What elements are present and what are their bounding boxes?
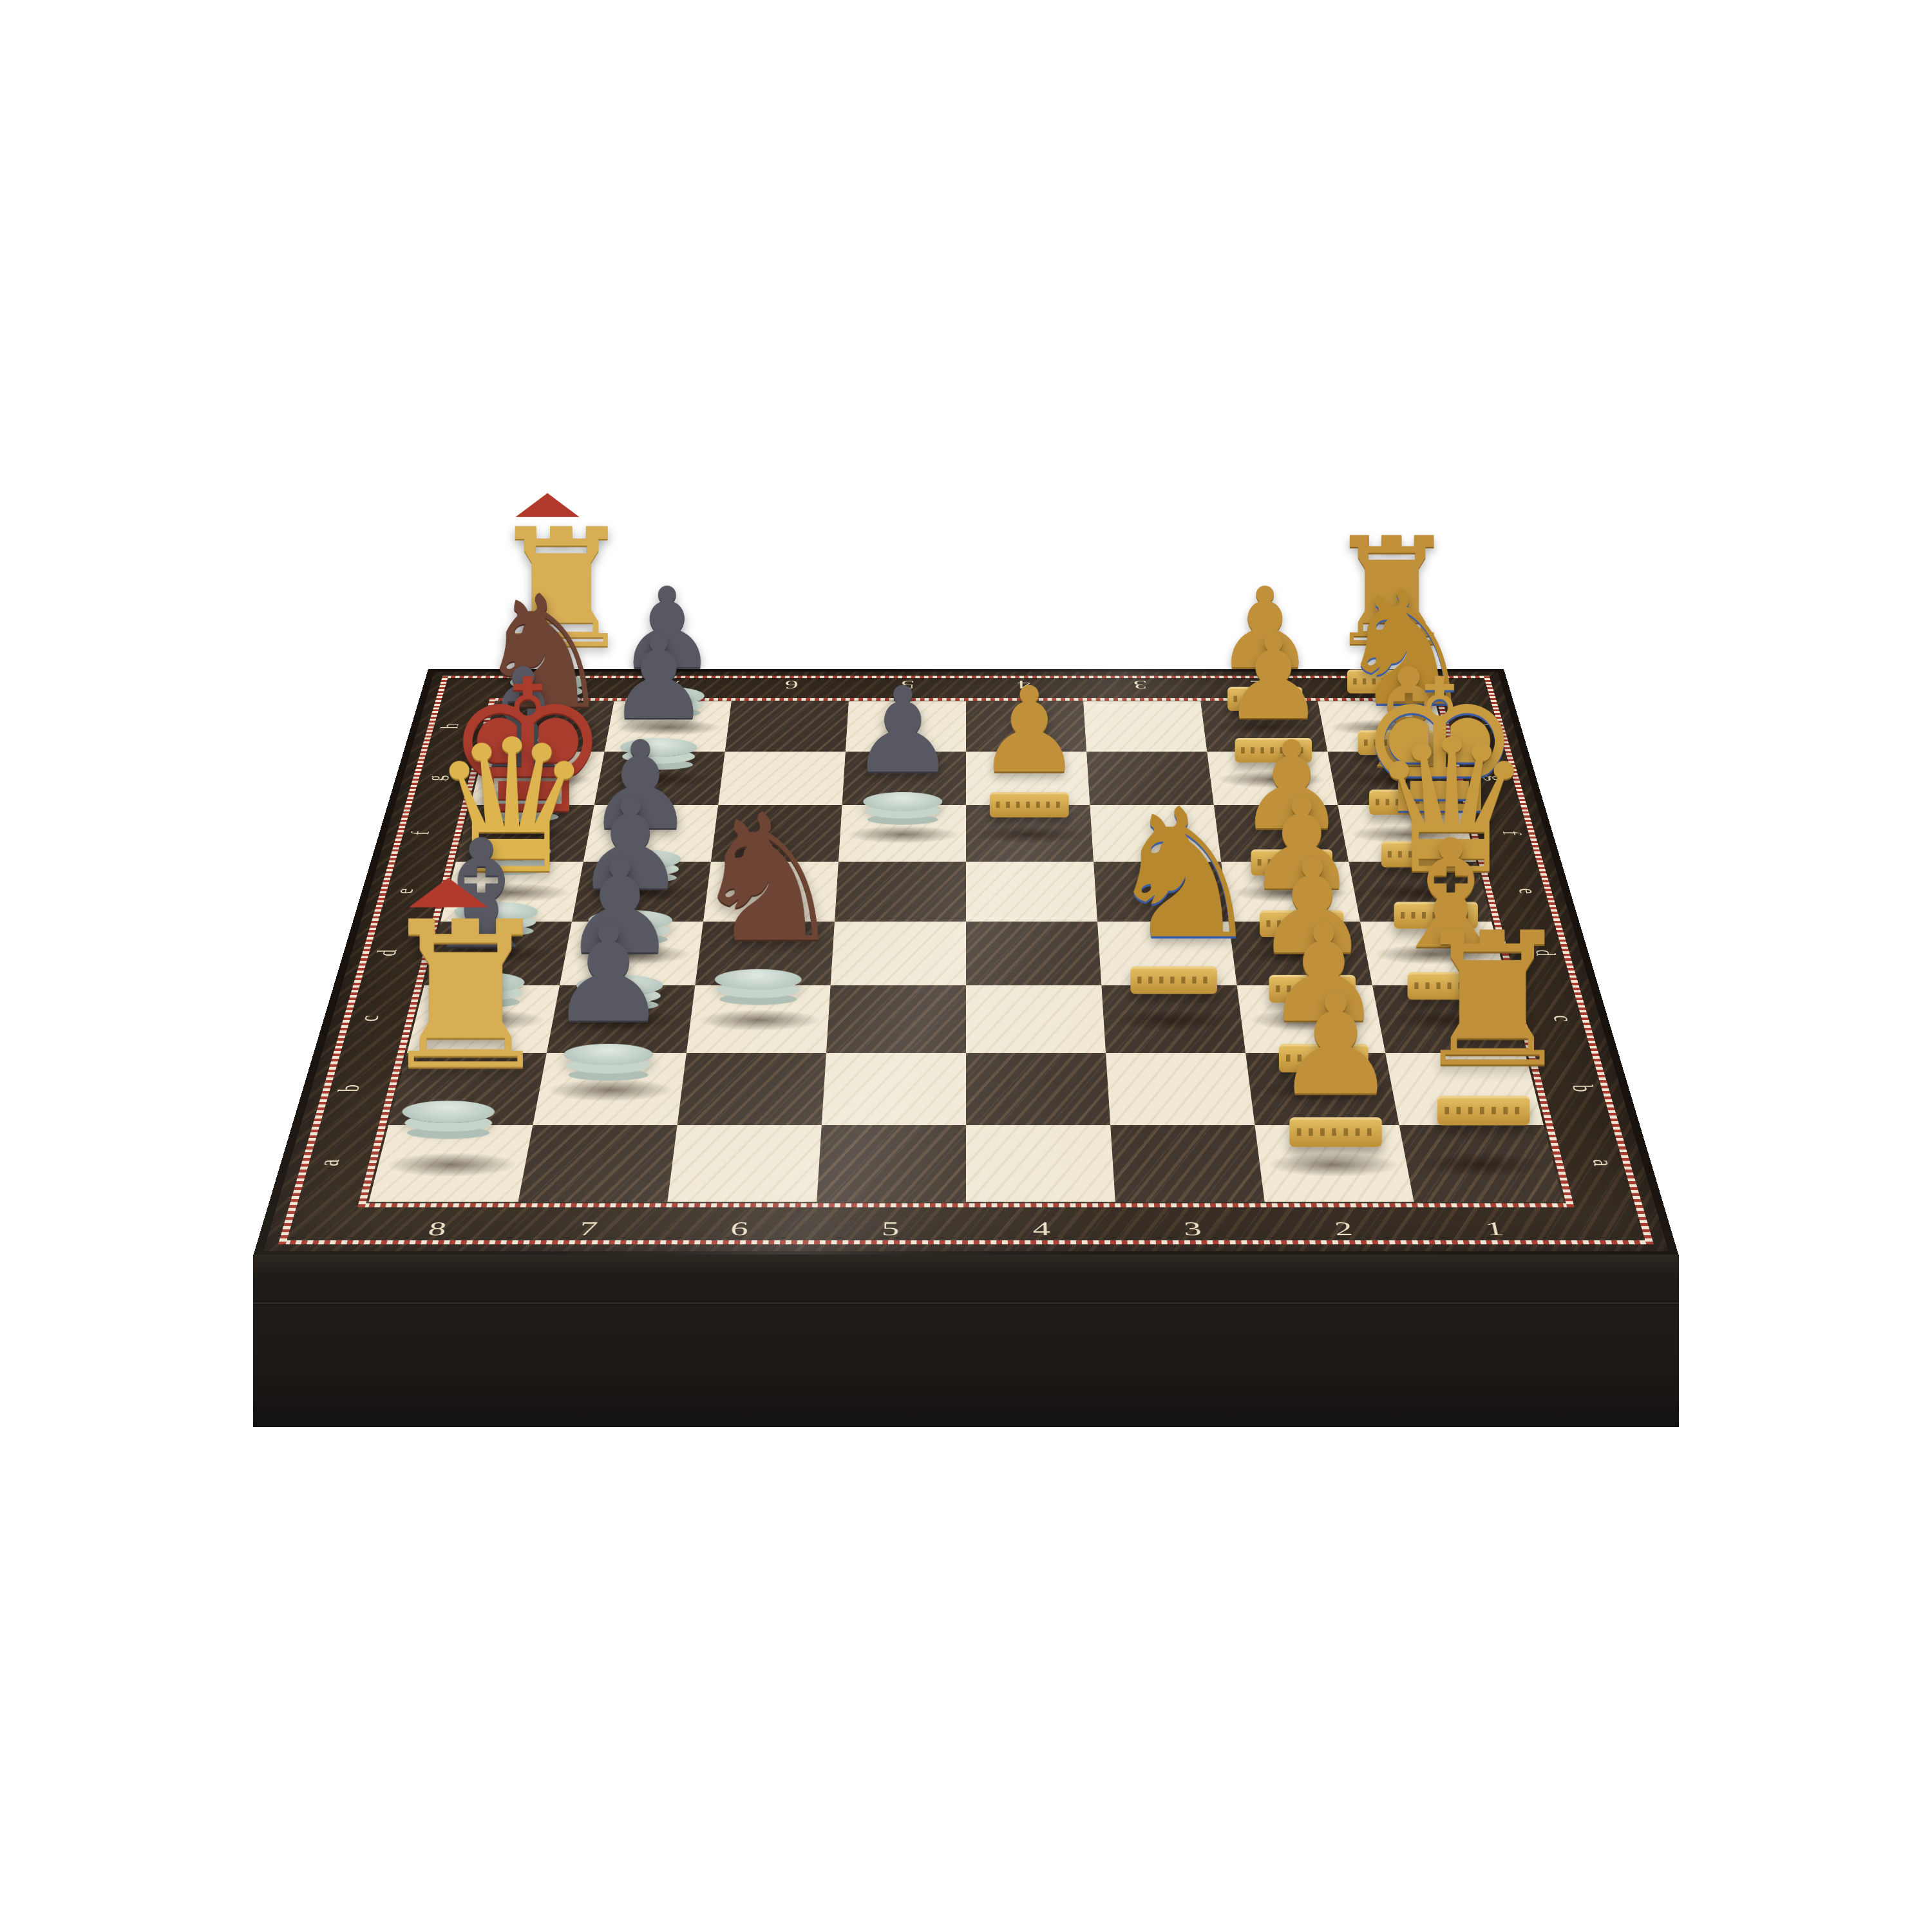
rank-label-front-2: 2 [1333, 1219, 1354, 1238]
rank-label-back-6: 6 [784, 679, 799, 690]
square-a7[interactable] [518, 1125, 677, 1202]
square-b6[interactable] [677, 1053, 826, 1125]
rome-pawn-glyph: ♟ [537, 907, 680, 1041]
board-plane: 8877665544332211hhggffeeddccbbaa ♜♞♝♚♛♝♜… [253, 669, 1679, 1256]
rome-knight-glyph: ♞ [689, 791, 828, 967]
square-h7[interactable] [605, 701, 732, 752]
square-b3[interactable] [1106, 1053, 1255, 1125]
egypt-pedestal [1289, 1117, 1382, 1147]
rank-label-back-3: 3 [1133, 679, 1148, 690]
rank-label-front-5: 5 [882, 1219, 900, 1238]
square-h4[interactable] [966, 701, 1086, 752]
rank-label-front-6: 6 [730, 1219, 749, 1238]
rope-strip [278, 1240, 1654, 1244]
square-d4[interactable] [966, 922, 1101, 985]
rank-label-back-8: 8 [551, 679, 567, 690]
rank-label-front-1: 1 [1484, 1219, 1506, 1238]
rank-label-front-3: 3 [1183, 1219, 1202, 1238]
square-c5[interactable] [826, 985, 966, 1053]
rome-rook-glyph: ♜ [375, 895, 523, 1099]
square-c4[interactable] [966, 985, 1106, 1053]
rank-label-back-4: 4 [1017, 679, 1031, 690]
piece-rome-pawn-b7[interactable]: ♟ [537, 907, 680, 1104]
piece-egypt-pawn-a2[interactable]: ♟ [1262, 976, 1410, 1180]
rank-label-front-8: 8 [426, 1219, 448, 1238]
square-f5[interactable] [838, 805, 966, 862]
square-h6[interactable] [725, 701, 849, 752]
egypt-knight-glyph: ♞ [1104, 785, 1243, 964]
piece-egypt-knight-c3[interactable]: ♞ [1104, 785, 1243, 1033]
square-e4[interactable] [966, 862, 1097, 922]
square-d5[interactable] [831, 922, 966, 985]
box-lid-seam [253, 1301, 1679, 1305]
square-a6[interactable] [667, 1125, 821, 1202]
square-g5[interactable] [842, 752, 966, 805]
product-photo-scene: 8877665544332211hhggffeeddccbbaa ♜♞♝♚♛♝♜… [0, 0, 1932, 1932]
file-label-left-b: b [334, 1084, 365, 1092]
square-f4[interactable] [966, 805, 1094, 862]
rank-label-back-7: 7 [668, 679, 683, 690]
rank-label-back-5: 5 [901, 679, 915, 690]
hieroglyph-marks [1137, 977, 1210, 984]
file-label-right-a: a [1587, 1159, 1619, 1166]
piece-rome-rook-a8[interactable]: ♜ [375, 878, 523, 1180]
square-a5[interactable] [817, 1125, 966, 1202]
square-h5[interactable] [846, 701, 966, 752]
egypt-rook-glyph: ♜ [1410, 909, 1558, 1094]
rank-label-front-7: 7 [578, 1219, 599, 1238]
rank-label-front-4: 4 [1032, 1219, 1050, 1238]
square-h3[interactable] [1083, 701, 1207, 752]
rope-strip [357, 1203, 1575, 1207]
piece-egypt-rook-a1[interactable]: ♜ [1410, 909, 1558, 1180]
square-b4[interactable] [966, 1053, 1110, 1125]
file-label-left-a: a [313, 1159, 345, 1166]
square-e5[interactable] [835, 862, 966, 922]
square-h2[interactable] [1200, 701, 1327, 752]
egypt-pawn-glyph: ♟ [1262, 976, 1410, 1115]
square-a4[interactable] [966, 1125, 1115, 1202]
square-g4[interactable] [966, 752, 1090, 805]
square-a3[interactable] [1110, 1125, 1264, 1202]
egypt-pedestal [1437, 1096, 1530, 1126]
egypt-pedestal [1130, 966, 1217, 994]
square-b5[interactable] [822, 1053, 966, 1125]
hieroglyph-marks [1297, 1128, 1375, 1135]
rank-label-back-1: 1 [1365, 679, 1381, 690]
piece-rome-knight-c6[interactable]: ♞ [689, 791, 828, 1033]
hieroglyph-marks [1444, 1107, 1522, 1114]
rank-label-back-2: 2 [1249, 679, 1264, 690]
wooden-box-front-face [253, 1255, 1679, 1427]
